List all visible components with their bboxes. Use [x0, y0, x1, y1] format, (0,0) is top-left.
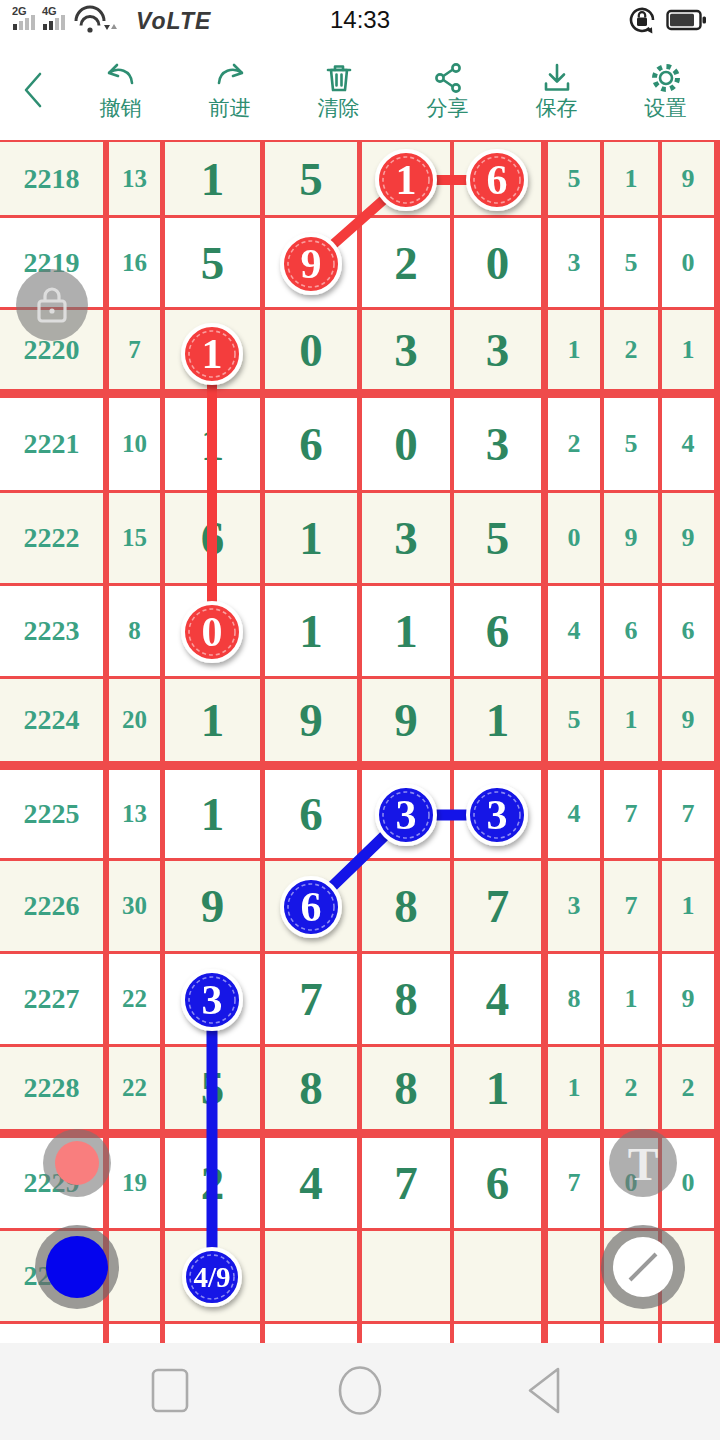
sum-cell[interactable]: 7: [109, 310, 165, 389]
extra-cell[interactable]: 0: [604, 1138, 662, 1228]
issue-cell[interactable]: 2228: [0, 1047, 109, 1129]
draw-row-2227[interactable]: 2227223784819: [0, 954, 720, 1047]
digit-cell[interactable]: 9: [165, 861, 265, 951]
digit-cell[interactable]: 1: [165, 398, 265, 490]
digit-cell[interactable]: 8: [362, 954, 454, 1044]
digit-cell[interactable]: 5: [165, 1047, 265, 1129]
extra-cell[interactable]: 4: [548, 586, 604, 676]
digit-cell[interactable]: 1: [454, 1047, 548, 1129]
draw-row-2218[interactable]: 2218131516519: [0, 142, 720, 218]
digit-cell[interactable]: 2: [165, 1138, 265, 1228]
extra-cell[interactable]: 5: [604, 398, 662, 490]
issue-cell[interactable]: 2222: [0, 493, 109, 583]
extra-cell[interactable]: 5: [548, 679, 604, 761]
issue-cell[interactable]: 2218: [0, 142, 109, 215]
extra-cell[interactable]: 8: [548, 954, 604, 1044]
extra-cell[interactable]: 9: [662, 954, 720, 1044]
save-label: 保存: [536, 97, 578, 118]
digit-cell[interactable]: 5: [454, 493, 548, 583]
draw-row-2226[interactable]: 2226309687371: [0, 861, 720, 954]
sum-cell[interactable]: 22: [109, 1047, 165, 1129]
digit-cell[interactable]: 7: [454, 861, 548, 951]
digit-cell[interactable]: 3: [362, 493, 454, 583]
digit-cell[interactable]: 5: [165, 218, 265, 307]
digit-cell[interactable]: 6: [454, 586, 548, 676]
digit-cell[interactable]: 3: [165, 954, 265, 1044]
digit-cell[interactable]: 6: [454, 1138, 548, 1228]
undo-button[interactable]: 撤销: [66, 62, 175, 118]
extra-cell[interactable]: 2: [604, 310, 662, 389]
share-button[interactable]: 分享: [393, 62, 502, 118]
extra-cell[interactable]: 3: [548, 218, 604, 307]
settings-icon: [649, 62, 683, 94]
issue-cell[interactable]: 2230: [0, 1231, 109, 1321]
back-button[interactable]: [0, 69, 66, 111]
sum-cell[interactable]: 30: [109, 861, 165, 951]
extra-cell[interactable]: 7: [548, 1138, 604, 1228]
extra-cell[interactable]: [662, 1231, 720, 1321]
extra-cell[interactable]: 6: [604, 586, 662, 676]
digit-cell[interactable]: [362, 1231, 454, 1321]
digit-cell[interactable]: 4: [454, 954, 548, 1044]
sum-cell[interactable]: 16: [109, 218, 165, 307]
digit-cell[interactable]: 1: [454, 679, 548, 761]
issue-cell[interactable]: 2220: [0, 310, 109, 389]
status-bar: 2G 4G VoLTE 14:33: [0, 0, 720, 40]
phone-screen: 2G 4G VoLTE 14:33: [0, 0, 720, 1440]
redo-button[interactable]: 前进: [175, 62, 284, 118]
empty-cell: [0, 1324, 109, 1343]
sum-cell[interactable]: 13: [109, 770, 165, 858]
undo-icon: [104, 62, 138, 94]
digit-cell[interactable]: 1: [165, 679, 265, 761]
sum-cell[interactable]: 19: [109, 1138, 165, 1228]
share-icon: [432, 62, 464, 94]
digit-cell[interactable]: 9: [265, 218, 362, 307]
trash-icon: [323, 62, 355, 94]
rotation-lock-icon: [626, 4, 658, 36]
battery-icon: [666, 8, 708, 32]
draw-row-2221[interactable]: 2221101603254: [0, 398, 720, 493]
extra-cell[interactable]: 1: [548, 310, 604, 389]
draw-row-2219[interactable]: 2219165920350: [0, 218, 720, 310]
draw-row-2220[interactable]: 222071033121: [0, 310, 720, 398]
redo-icon: [213, 62, 247, 94]
clock: 14:33: [0, 6, 720, 34]
empty-cell: [109, 1324, 165, 1343]
extra-cell[interactable]: 1: [548, 1047, 604, 1129]
sum-cell[interactable]: 15: [109, 493, 165, 583]
draw-row-2223[interactable]: 222380116466: [0, 586, 720, 679]
draw-row-2225[interactable]: 2225131633477: [0, 770, 720, 861]
digit-cell[interactable]: 1: [165, 142, 265, 215]
sum-cell[interactable]: 13: [109, 142, 165, 215]
digit-cell[interactable]: 8: [362, 861, 454, 951]
digit-cell[interactable]: 1: [165, 310, 265, 389]
trend-chart[interactable]: 2218131516519221916592035022207103312122…: [0, 140, 720, 1343]
digit-cell[interactable]: 6: [265, 861, 362, 951]
sum-cell[interactable]: 22: [109, 954, 165, 1044]
extra-cell[interactable]: 4: [548, 770, 604, 858]
digit-cell[interactable]: 1: [362, 586, 454, 676]
empty-cell: [265, 1324, 362, 1343]
draw-row-2229[interactable]: 2229192476700: [0, 1138, 720, 1231]
digit-cell[interactable]: 3: [454, 398, 548, 490]
digit-cell[interactable]: 5: [265, 142, 362, 215]
digit-cell[interactable]: 1: [265, 493, 362, 583]
digit-cell[interactable]: 9: [265, 679, 362, 761]
digit-cell[interactable]: [454, 1231, 548, 1321]
digit-cell[interactable]: 6: [165, 493, 265, 583]
sum-cell[interactable]: 20: [109, 679, 165, 761]
digit-cell[interactable]: 0: [165, 586, 265, 676]
digit-cell[interactable]: 1: [265, 586, 362, 676]
digit-cell[interactable]: 0: [454, 218, 548, 307]
extra-cell[interactable]: 5: [548, 142, 604, 215]
extra-cell[interactable]: 6: [662, 586, 720, 676]
extra-cell[interactable]: 1: [604, 142, 662, 215]
extra-cell[interactable]: [548, 1231, 604, 1321]
partial-row: [0, 1324, 720, 1343]
sum-cell[interactable]: 8: [109, 586, 165, 676]
digit-cell[interactable]: 3: [454, 310, 548, 389]
home-button[interactable]: [340, 1368, 380, 1414]
empty-cell: [662, 1324, 720, 1343]
save-button[interactable]: 保存: [502, 62, 611, 118]
extra-cell[interactable]: 1: [662, 310, 720, 389]
extra-cell[interactable]: 0: [662, 218, 720, 307]
digit-cell[interactable]: 6: [265, 770, 362, 858]
digit-cell[interactable]: 6: [454, 142, 548, 215]
share-label: 分享: [427, 97, 469, 118]
empty-cell: [548, 1324, 604, 1343]
extra-cell[interactable]: 2: [662, 1047, 720, 1129]
empty-cell: [165, 1324, 265, 1343]
extra-cell[interactable]: 9: [604, 493, 662, 583]
extra-cell[interactable]: 3: [548, 861, 604, 951]
extra-cell[interactable]: 0: [548, 493, 604, 583]
clear-button[interactable]: 清除: [284, 62, 393, 118]
draw-row-2230[interactable]: 2230: [0, 1231, 720, 1324]
digit-cell[interactable]: 9: [362, 679, 454, 761]
issue-cell[interactable]: 2223: [0, 586, 109, 676]
digit-cell[interactable]: 8: [265, 1047, 362, 1129]
issue-cell[interactable]: 2225: [0, 770, 109, 858]
settings-button[interactable]: 设置: [611, 62, 720, 118]
android-nav-bar: [0, 1343, 720, 1440]
draw-row-2222[interactable]: 2222156135099: [0, 493, 720, 586]
digit-cell[interactable]: 8: [362, 1047, 454, 1129]
extra-cell[interactable]: 0: [662, 1138, 720, 1228]
extra-cell[interactable]: [604, 1231, 662, 1321]
redo-label: 前进: [209, 97, 251, 118]
digit-cell[interactable]: 4: [265, 1138, 362, 1228]
digit-cell[interactable]: 1: [165, 770, 265, 858]
extra-cell[interactable]: 1: [662, 861, 720, 951]
extra-cell[interactable]: 4: [662, 398, 720, 490]
extra-cell[interactable]: 2: [548, 398, 604, 490]
empty-cell: [362, 1324, 454, 1343]
digit-cell[interactable]: 3: [362, 770, 454, 858]
issue-cell[interactable]: 2227: [0, 954, 109, 1044]
extra-cell[interactable]: 9: [662, 493, 720, 583]
empty-cell: [604, 1324, 662, 1343]
empty-cell: [454, 1324, 548, 1343]
digit-cell[interactable]: 3: [454, 770, 548, 858]
extra-cell[interactable]: 7: [604, 770, 662, 858]
extra-cell[interactable]: 2: [604, 1047, 662, 1129]
digit-cell[interactable]: 6: [265, 398, 362, 490]
extra-cell[interactable]: 1: [604, 679, 662, 761]
extra-cell[interactable]: 7: [662, 770, 720, 858]
digit-cell[interactable]: 3: [362, 310, 454, 389]
draw-row-2224[interactable]: 2224201991519: [0, 679, 720, 770]
draw-row-2228[interactable]: 2228225881122: [0, 1047, 720, 1138]
issue-cell[interactable]: 2221: [0, 398, 109, 490]
clear-label: 清除: [318, 97, 360, 118]
digit-cell[interactable]: [165, 1231, 265, 1321]
digit-cell[interactable]: 0: [362, 398, 454, 490]
toolbar: 撤销 前进 清除 分享: [0, 40, 720, 140]
extra-cell[interactable]: 9: [662, 142, 720, 215]
digit-cell[interactable]: 7: [362, 1138, 454, 1228]
recents-button[interactable]: [153, 1370, 187, 1411]
extra-cell[interactable]: 9: [662, 679, 720, 761]
undo-label: 撤销: [100, 97, 142, 118]
sum-cell[interactable]: [109, 1231, 165, 1321]
issue-cell[interactable]: 2229: [0, 1138, 109, 1228]
grid: 2218131516519221916592035022207103312122…: [0, 142, 720, 1343]
digit-cell[interactable]: 2: [362, 218, 454, 307]
extra-cell[interactable]: 1: [604, 954, 662, 1044]
digit-cell[interactable]: 0: [265, 310, 362, 389]
issue-cell[interactable]: 2219: [0, 218, 109, 307]
issue-cell[interactable]: 2224: [0, 679, 109, 761]
sum-cell[interactable]: 10: [109, 398, 165, 490]
digit-cell[interactable]: [265, 1231, 362, 1321]
digit-cell[interactable]: 7: [265, 954, 362, 1044]
extra-cell[interactable]: 5: [604, 218, 662, 307]
digit-cell[interactable]: 1: [362, 142, 454, 215]
issue-cell[interactable]: 2226: [0, 861, 109, 951]
nav-back-button[interactable]: [530, 1369, 558, 1412]
save-icon: [541, 62, 573, 94]
extra-cell[interactable]: 7: [604, 861, 662, 951]
settings-label: 设置: [645, 97, 687, 118]
